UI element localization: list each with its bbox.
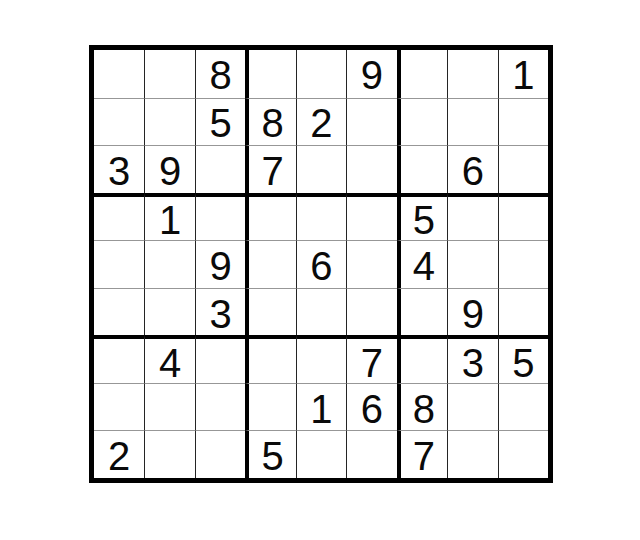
cell-r5c5[interactable]: 6 xyxy=(296,240,346,288)
cell-r2c2[interactable] xyxy=(144,98,194,146)
cell-r3c7[interactable] xyxy=(397,145,447,193)
cell-r9c8[interactable] xyxy=(447,430,497,478)
cell-r2c6[interactable] xyxy=(346,98,396,146)
cell-r6c1[interactable] xyxy=(94,288,144,336)
cell-r4c9[interactable] xyxy=(498,193,548,241)
cell-r9c6[interactable] xyxy=(346,430,396,478)
cell-r4c1[interactable] xyxy=(94,193,144,241)
cell-r7c6[interactable]: 7 xyxy=(346,335,396,383)
cell-r8c7[interactable]: 8 xyxy=(397,383,447,431)
cell-r4c4[interactable] xyxy=(245,193,295,241)
cell-r3c6[interactable] xyxy=(346,145,396,193)
cell-r7c8[interactable]: 3 xyxy=(447,335,497,383)
cell-r8c4[interactable] xyxy=(245,383,295,431)
cell-r8c2[interactable] xyxy=(144,383,194,431)
cell-r2c5[interactable]: 2 xyxy=(296,98,346,146)
cell-r5c1[interactable] xyxy=(94,240,144,288)
cell-r8c8[interactable] xyxy=(447,383,497,431)
cell-r7c2[interactable]: 4 xyxy=(144,335,194,383)
cell-r6c8[interactable]: 9 xyxy=(447,288,497,336)
cell-r7c1[interactable] xyxy=(94,335,144,383)
cell-r5c8[interactable] xyxy=(447,240,497,288)
cell-r8c9[interactable] xyxy=(498,383,548,431)
cell-r2c8[interactable] xyxy=(447,98,497,146)
cell-r9c3[interactable] xyxy=(195,430,245,478)
cell-r9c2[interactable] xyxy=(144,430,194,478)
cell-r9c1[interactable]: 2 xyxy=(94,430,144,478)
cell-r4c2[interactable]: 1 xyxy=(144,193,194,241)
cell-r3c3[interactable] xyxy=(195,145,245,193)
cell-r4c5[interactable] xyxy=(296,193,346,241)
cell-r7c5[interactable] xyxy=(296,335,346,383)
cell-r5c7[interactable]: 4 xyxy=(397,240,447,288)
cell-r1c7[interactable] xyxy=(397,50,447,98)
cell-r9c5[interactable] xyxy=(296,430,346,478)
cell-r4c8[interactable] xyxy=(447,193,497,241)
cell-r6c9[interactable] xyxy=(498,288,548,336)
cell-r1c8[interactable] xyxy=(447,50,497,98)
cell-r5c2[interactable] xyxy=(144,240,194,288)
cell-r1c4[interactable] xyxy=(245,50,295,98)
cell-r3c1[interactable]: 3 xyxy=(94,145,144,193)
cell-r3c8[interactable]: 6 xyxy=(447,145,497,193)
cell-r3c9[interactable] xyxy=(498,145,548,193)
cell-r3c4[interactable]: 7 xyxy=(245,145,295,193)
page-background: 891582397615964394735168257 xyxy=(0,0,640,540)
cell-r3c5[interactable] xyxy=(296,145,346,193)
cell-r8c6[interactable]: 6 xyxy=(346,383,396,431)
cell-r9c7[interactable]: 7 xyxy=(397,430,447,478)
cell-r1c1[interactable] xyxy=(94,50,144,98)
cell-r9c4[interactable]: 5 xyxy=(245,430,295,478)
cell-r6c3[interactable]: 3 xyxy=(195,288,245,336)
cell-r2c7[interactable] xyxy=(397,98,447,146)
cell-r6c6[interactable] xyxy=(346,288,396,336)
cell-r4c3[interactable] xyxy=(195,193,245,241)
cell-r2c1[interactable] xyxy=(94,98,144,146)
cell-r1c9[interactable]: 1 xyxy=(498,50,548,98)
cell-r6c2[interactable] xyxy=(144,288,194,336)
cell-r5c6[interactable] xyxy=(346,240,396,288)
cell-r2c4[interactable]: 8 xyxy=(245,98,295,146)
cell-r5c3[interactable]: 9 xyxy=(195,240,245,288)
cell-r6c4[interactable] xyxy=(245,288,295,336)
cell-r5c4[interactable] xyxy=(245,240,295,288)
cell-r2c9[interactable] xyxy=(498,98,548,146)
cell-r7c7[interactable] xyxy=(397,335,447,383)
cell-r1c2[interactable] xyxy=(144,50,194,98)
cell-r4c6[interactable] xyxy=(346,193,396,241)
sudoku-board: 891582397615964394735168257 xyxy=(89,45,553,483)
cell-r8c3[interactable] xyxy=(195,383,245,431)
cell-r7c9[interactable]: 5 xyxy=(498,335,548,383)
cell-r8c5[interactable]: 1 xyxy=(296,383,346,431)
cell-r7c4[interactable] xyxy=(245,335,295,383)
cell-r7c3[interactable] xyxy=(195,335,245,383)
cell-r8c1[interactable] xyxy=(94,383,144,431)
cell-r3c2[interactable]: 9 xyxy=(144,145,194,193)
cell-r6c5[interactable] xyxy=(296,288,346,336)
cell-r5c9[interactable] xyxy=(498,240,548,288)
cell-r6c7[interactable] xyxy=(397,288,447,336)
cell-r1c5[interactable] xyxy=(296,50,346,98)
cell-r4c7[interactable]: 5 xyxy=(397,193,447,241)
cell-r2c3[interactable]: 5 xyxy=(195,98,245,146)
cell-r1c3[interactable]: 8 xyxy=(195,50,245,98)
cell-r1c6[interactable]: 9 xyxy=(346,50,396,98)
cell-r9c9[interactable] xyxy=(498,430,548,478)
